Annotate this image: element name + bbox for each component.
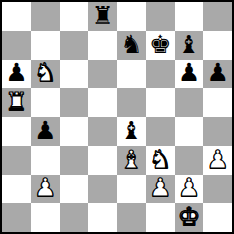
square-c4[interactable] [60,117,89,146]
square-f1[interactable] [146,203,175,232]
square-g1[interactable]: ♚ [175,203,204,232]
black-pawn-piece: ♟ [34,118,56,143]
square-e2[interactable] [117,175,146,204]
white-bishop-piece: ♝ [120,147,142,172]
square-b2[interactable]: ♟ [31,175,60,204]
black-rook-piece: ♜ [91,3,113,28]
white-king-piece: ♚ [178,204,200,229]
white-knight-piece: ♞ [149,147,171,172]
square-g8[interactable] [175,2,204,31]
square-h1[interactable] [203,203,232,232]
square-b1[interactable] [31,203,60,232]
square-g4[interactable] [175,117,204,146]
square-e4[interactable]: ♝ [117,117,146,146]
square-f4[interactable] [146,117,175,146]
square-f7[interactable]: ♚ [146,31,175,60]
square-g2[interactable]: ♟ [175,175,204,204]
square-d1[interactable] [88,203,117,232]
square-d5[interactable] [88,88,117,117]
square-b8[interactable] [31,2,60,31]
square-b5[interactable] [31,88,60,117]
square-c2[interactable] [60,175,89,204]
square-b3[interactable] [31,146,60,175]
black-king-piece: ♚ [149,32,171,57]
square-g6[interactable]: ♟ [175,60,204,89]
square-a5[interactable]: ♜ [2,88,31,117]
square-f8[interactable] [146,2,175,31]
white-rook-piece: ♜ [5,89,27,114]
square-f3[interactable]: ♞ [146,146,175,175]
square-c1[interactable] [60,203,89,232]
black-pawn-piece: ♟ [206,60,228,85]
square-d2[interactable] [88,175,117,204]
square-c3[interactable] [60,146,89,175]
square-a8[interactable] [2,2,31,31]
square-b6[interactable]: ♞ [31,60,60,89]
chess-diagram: ♜♞♚♝♟♞♟♟♜♟♝♝♞♟♟♟♟♚ [0,0,234,234]
square-h7[interactable] [203,31,232,60]
square-g3[interactable] [175,146,204,175]
square-c5[interactable] [60,88,89,117]
square-h6[interactable]: ♟ [203,60,232,89]
square-c7[interactable] [60,31,89,60]
square-c6[interactable] [60,60,89,89]
square-a6[interactable]: ♟ [2,60,31,89]
square-a2[interactable] [2,175,31,204]
square-g7[interactable]: ♝ [175,31,204,60]
chess-board: ♜♞♚♝♟♞♟♟♜♟♝♝♞♟♟♟♟♚ [0,0,234,234]
square-e6[interactable] [117,60,146,89]
square-f2[interactable]: ♟ [146,175,175,204]
square-a3[interactable] [2,146,31,175]
square-e5[interactable] [117,88,146,117]
square-c8[interactable] [60,2,89,31]
black-knight-piece: ♞ [120,32,142,57]
white-knight-piece: ♞ [34,60,56,85]
square-e7[interactable]: ♞ [117,31,146,60]
square-e3[interactable]: ♝ [117,146,146,175]
white-pawn-piece: ♟ [206,147,228,172]
white-pawn-piece: ♟ [178,175,200,200]
black-pawn-piece: ♟ [5,60,27,85]
square-e8[interactable] [117,2,146,31]
square-a7[interactable] [2,31,31,60]
square-g5[interactable] [175,88,204,117]
square-d7[interactable] [88,31,117,60]
square-h5[interactable] [203,88,232,117]
square-h3[interactable]: ♟ [203,146,232,175]
square-a1[interactable] [2,203,31,232]
square-f6[interactable] [146,60,175,89]
square-f5[interactable] [146,88,175,117]
square-b4[interactable]: ♟ [31,117,60,146]
square-a4[interactable] [2,117,31,146]
square-h8[interactable] [203,2,232,31]
black-pawn-piece: ♟ [178,60,200,85]
square-d4[interactable] [88,117,117,146]
square-d3[interactable] [88,146,117,175]
white-pawn-piece: ♟ [149,175,171,200]
square-b7[interactable] [31,31,60,60]
square-d8[interactable]: ♜ [88,2,117,31]
white-pawn-piece: ♟ [34,175,56,200]
black-bishop-piece: ♝ [178,32,200,57]
black-bishop-piece: ♝ [120,118,142,143]
square-d6[interactable] [88,60,117,89]
square-h4[interactable] [203,117,232,146]
square-h2[interactable] [203,175,232,204]
square-e1[interactable] [117,203,146,232]
